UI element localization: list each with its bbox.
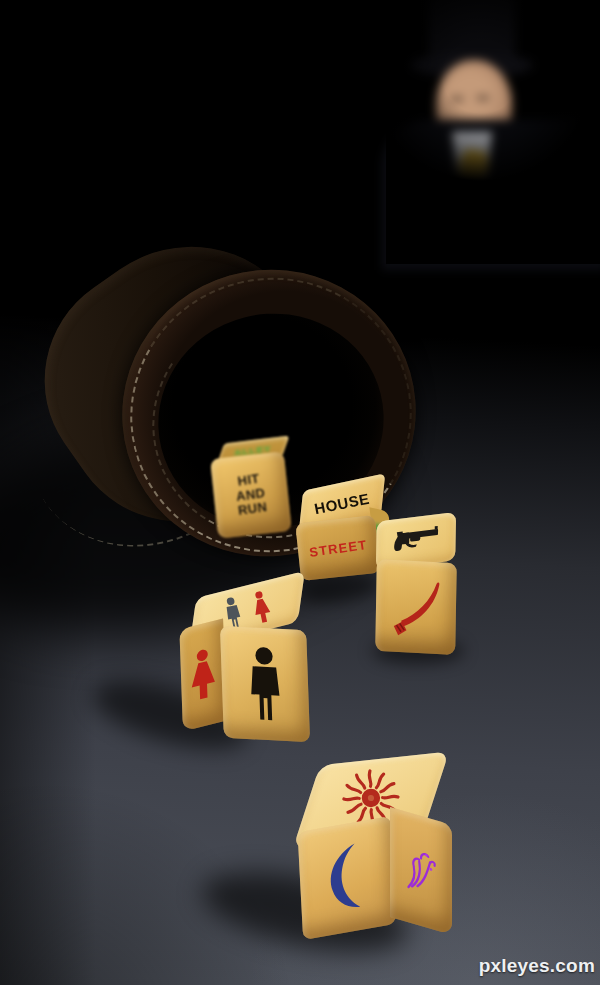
pistol-icon — [387, 520, 445, 561]
die-event: ALLEY HIT AND RUN — [212, 438, 298, 538]
die-time-right-face — [390, 807, 452, 935]
die-weapon — [372, 515, 464, 655]
knife-icon — [389, 575, 442, 640]
couple-woman-icon — [247, 589, 275, 626]
background-fade — [386, 0, 600, 264]
crescent-moon-icon — [316, 838, 378, 919]
purple-burst-icon — [403, 839, 439, 903]
die-weapon-front-face — [375, 559, 457, 655]
die-event-front-face: HIT AND RUN — [210, 451, 292, 538]
street-label: STREET — [308, 537, 368, 560]
house-label: HOUSE — [313, 489, 371, 516]
die-suspect — [181, 586, 311, 744]
watermark: pxleyes.com — [479, 955, 595, 977]
hit-and-run-label: HIT AND RUN — [233, 471, 268, 518]
photo-scene: ALLEY HIT AND RUN HOUSE STREET — [0, 0, 600, 985]
couple-pictogram — [219, 589, 276, 632]
die-suspect-front-face — [220, 626, 310, 742]
die-location-front-face: STREET — [295, 515, 381, 581]
observer-man — [388, 0, 600, 262]
die-time — [294, 758, 456, 936]
woman-icon — [185, 645, 221, 705]
man-icon — [239, 645, 292, 724]
die-time-front-face — [298, 816, 397, 940]
